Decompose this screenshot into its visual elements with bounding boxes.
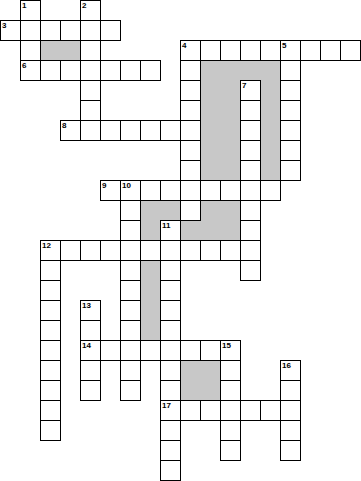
letter-cell[interactable] bbox=[240, 100, 261, 121]
shaded-cell bbox=[180, 220, 201, 241]
letter-cell[interactable] bbox=[200, 340, 221, 361]
letter-cell[interactable] bbox=[40, 60, 61, 81]
clue-number: 15 bbox=[222, 341, 231, 350]
letter-cell[interactable] bbox=[280, 100, 301, 121]
letter-cell[interactable]: 11 bbox=[160, 220, 181, 241]
letter-cell[interactable] bbox=[40, 380, 61, 401]
letter-cell[interactable] bbox=[120, 280, 141, 301]
shaded-cell bbox=[220, 120, 241, 141]
letter-cell[interactable] bbox=[240, 180, 261, 201]
letter-cell[interactable] bbox=[280, 80, 301, 101]
letter-cell[interactable] bbox=[160, 120, 181, 141]
letter-cell[interactable] bbox=[120, 200, 141, 221]
clue-number: 5 bbox=[282, 41, 286, 50]
letter-cell[interactable] bbox=[260, 400, 281, 421]
shaded-cell bbox=[140, 200, 161, 221]
letter-cell[interactable] bbox=[180, 340, 201, 361]
letter-cell[interactable]: 13 bbox=[80, 300, 101, 321]
letter-cell[interactable] bbox=[60, 60, 81, 81]
letter-cell[interactable] bbox=[120, 220, 141, 241]
letter-cell[interactable] bbox=[80, 120, 101, 141]
shaded-cell bbox=[140, 260, 161, 281]
letter-cell[interactable] bbox=[40, 280, 61, 301]
letter-cell[interactable]: 2 bbox=[80, 0, 101, 21]
clue-number: 9 bbox=[102, 181, 106, 190]
clue-number: 16 bbox=[282, 361, 291, 370]
letter-cell[interactable]: 6 bbox=[20, 60, 41, 81]
letter-cell[interactable] bbox=[40, 320, 61, 341]
letter-cell[interactable]: 3 bbox=[0, 20, 21, 41]
letter-cell[interactable] bbox=[100, 240, 121, 261]
letter-cell[interactable]: 16 bbox=[280, 360, 301, 381]
letter-cell[interactable] bbox=[220, 180, 241, 201]
letter-cell[interactable] bbox=[140, 120, 161, 141]
letter-cell[interactable] bbox=[200, 180, 221, 201]
shaded-cell bbox=[220, 100, 241, 121]
letter-cell[interactable]: 1 bbox=[20, 0, 41, 21]
letter-cell[interactable] bbox=[120, 360, 141, 381]
letter-cell[interactable] bbox=[120, 300, 141, 321]
letter-cell[interactable] bbox=[280, 380, 301, 401]
clue-number: 7 bbox=[242, 81, 246, 90]
letter-cell[interactable] bbox=[280, 140, 301, 161]
letter-cell[interactable] bbox=[280, 160, 301, 181]
letter-cell[interactable] bbox=[180, 160, 201, 181]
shaded-cell bbox=[260, 140, 281, 161]
letter-cell[interactable] bbox=[160, 180, 181, 201]
clue-number: 13 bbox=[82, 301, 91, 310]
shaded-cell bbox=[140, 220, 161, 241]
letter-cell[interactable] bbox=[120, 120, 141, 141]
shaded-cell bbox=[200, 160, 221, 181]
letter-cell[interactable] bbox=[180, 60, 201, 81]
letter-cell[interactable] bbox=[280, 400, 301, 421]
clue-number: 14 bbox=[82, 341, 91, 350]
shaded-cell bbox=[220, 140, 241, 161]
shaded-cell bbox=[200, 380, 221, 401]
shaded-cell bbox=[40, 40, 61, 61]
shaded-cell bbox=[200, 120, 221, 141]
letter-cell[interactable] bbox=[280, 440, 301, 461]
letter-cell[interactable] bbox=[80, 20, 101, 41]
shaded-cell bbox=[260, 160, 281, 181]
shaded-cell bbox=[260, 60, 281, 81]
clue-number: 6 bbox=[22, 61, 26, 70]
letter-cell[interactable]: 5 bbox=[280, 40, 301, 61]
letter-cell[interactable] bbox=[160, 420, 181, 441]
letter-cell[interactable] bbox=[180, 120, 201, 141]
letter-cell[interactable] bbox=[80, 360, 101, 381]
letter-cell[interactable] bbox=[120, 240, 141, 261]
shaded-cell bbox=[220, 80, 241, 101]
letter-cell[interactable] bbox=[280, 120, 301, 141]
shaded-cell bbox=[240, 60, 261, 81]
clue-number: 12 bbox=[42, 241, 51, 250]
letter-cell[interactable] bbox=[240, 200, 261, 221]
letter-cell[interactable] bbox=[20, 20, 41, 41]
letter-cell[interactable]: 17 bbox=[160, 400, 181, 421]
letter-cell[interactable] bbox=[160, 440, 181, 461]
letter-cell[interactable]: 8 bbox=[60, 120, 81, 141]
letter-cell[interactable]: 7 bbox=[240, 80, 261, 101]
letter-cell[interactable] bbox=[280, 420, 301, 441]
shaded-cell bbox=[220, 200, 241, 221]
letter-cell[interactable] bbox=[220, 360, 241, 381]
letter-cell[interactable] bbox=[20, 40, 41, 61]
crossword-grid: 1234567891011121314151617 bbox=[0, 0, 361, 481]
shaded-cell bbox=[220, 220, 241, 241]
letter-cell[interactable] bbox=[140, 340, 161, 361]
clue-number: 17 bbox=[162, 401, 171, 410]
shaded-cell bbox=[200, 200, 221, 221]
shaded-cell bbox=[140, 300, 161, 321]
letter-cell[interactable] bbox=[100, 20, 121, 41]
letter-cell[interactable] bbox=[120, 320, 141, 341]
letter-cell[interactable] bbox=[180, 200, 201, 221]
letter-cell[interactable] bbox=[180, 100, 201, 121]
letter-cell[interactable] bbox=[200, 40, 221, 61]
clue-number: 2 bbox=[82, 1, 86, 10]
letter-cell[interactable] bbox=[80, 60, 101, 81]
letter-cell[interactable]: 15 bbox=[220, 340, 241, 361]
letter-cell[interactable] bbox=[80, 240, 101, 261]
letter-cell[interactable] bbox=[60, 240, 81, 261]
letter-cell[interactable] bbox=[100, 120, 121, 141]
shaded-cell bbox=[260, 80, 281, 101]
letter-cell[interactable] bbox=[220, 420, 241, 441]
clue-number: 4 bbox=[182, 41, 186, 50]
letter-cell[interactable] bbox=[220, 240, 241, 261]
letter-cell[interactable] bbox=[140, 240, 161, 261]
letter-cell[interactable] bbox=[180, 400, 201, 421]
letter-cell[interactable] bbox=[40, 20, 61, 41]
shaded-cell bbox=[200, 220, 221, 241]
letter-cell[interactable] bbox=[80, 100, 101, 121]
shaded-cell bbox=[260, 100, 281, 121]
shaded-cell bbox=[260, 120, 281, 141]
letter-cell[interactable] bbox=[160, 320, 181, 341]
shaded-cell bbox=[200, 80, 221, 101]
shaded-cell bbox=[220, 60, 241, 81]
letter-cell[interactable] bbox=[60, 20, 81, 41]
shaded-cell bbox=[200, 140, 221, 161]
letter-cell[interactable]: 10 bbox=[120, 180, 141, 201]
letter-cell[interactable] bbox=[340, 40, 361, 61]
letter-cell[interactable] bbox=[260, 40, 281, 61]
letter-cell[interactable] bbox=[300, 40, 321, 61]
letter-cell[interactable] bbox=[120, 380, 141, 401]
letter-cell[interactable] bbox=[100, 60, 121, 81]
letter-cell[interactable]: 9 bbox=[100, 180, 121, 201]
letter-cell[interactable] bbox=[220, 380, 241, 401]
letter-cell[interactable] bbox=[40, 300, 61, 321]
clue-number: 8 bbox=[62, 121, 66, 130]
clue-number: 11 bbox=[162, 221, 170, 230]
shaded-cell bbox=[200, 360, 221, 381]
shaded-cell bbox=[140, 280, 161, 301]
letter-cell[interactable] bbox=[180, 180, 201, 201]
letter-cell[interactable] bbox=[80, 40, 101, 61]
shaded-cell bbox=[220, 160, 241, 181]
letter-cell[interactable] bbox=[80, 80, 101, 101]
shaded-cell bbox=[160, 200, 181, 221]
clue-number: 1 bbox=[22, 1, 26, 10]
letter-cell[interactable] bbox=[80, 320, 101, 341]
letter-cell[interactable] bbox=[140, 60, 161, 81]
letter-cell[interactable] bbox=[120, 340, 141, 361]
letter-cell[interactable] bbox=[160, 380, 181, 401]
letter-cell[interactable] bbox=[220, 40, 241, 61]
letter-cell[interactable] bbox=[160, 360, 181, 381]
letter-cell[interactable] bbox=[100, 340, 121, 361]
letter-cell[interactable] bbox=[240, 260, 261, 281]
shaded-cell bbox=[140, 320, 161, 341]
shaded-cell bbox=[200, 100, 221, 121]
letter-cell[interactable] bbox=[120, 60, 141, 81]
letter-cell[interactable] bbox=[260, 180, 281, 201]
shaded-cell bbox=[180, 380, 201, 401]
letter-cell[interactable] bbox=[40, 420, 61, 441]
letter-cell[interactable] bbox=[280, 60, 301, 81]
letter-cell[interactable] bbox=[240, 160, 261, 181]
letter-cell[interactable] bbox=[40, 360, 61, 381]
clue-number: 10 bbox=[122, 181, 131, 190]
letter-cell[interactable] bbox=[160, 260, 181, 281]
letter-cell[interactable] bbox=[80, 380, 101, 401]
letter-cell[interactable]: 14 bbox=[80, 340, 101, 361]
letter-cell[interactable] bbox=[220, 440, 241, 461]
letter-cell[interactable] bbox=[200, 400, 221, 421]
letter-cell[interactable] bbox=[240, 120, 261, 141]
letter-cell[interactable] bbox=[200, 240, 221, 261]
letter-cell[interactable] bbox=[180, 80, 201, 101]
letter-cell[interactable] bbox=[240, 240, 261, 261]
letter-cell[interactable] bbox=[160, 240, 181, 261]
letter-cell[interactable] bbox=[320, 40, 341, 61]
letter-cell[interactable] bbox=[160, 340, 181, 361]
letter-cell[interactable] bbox=[240, 220, 261, 241]
clue-number: 3 bbox=[2, 21, 6, 30]
shaded-cell bbox=[180, 360, 201, 381]
letter-cell[interactable] bbox=[160, 280, 181, 301]
letter-cell[interactable] bbox=[220, 400, 241, 421]
letter-cell[interactable] bbox=[240, 40, 261, 61]
letter-cell[interactable] bbox=[180, 240, 201, 261]
letter-cell[interactable] bbox=[180, 140, 201, 161]
letter-cell[interactable] bbox=[40, 260, 61, 281]
letter-cell[interactable] bbox=[160, 300, 181, 321]
letter-cell[interactable] bbox=[40, 340, 61, 361]
letter-cell[interactable] bbox=[40, 400, 61, 421]
letter-cell[interactable] bbox=[140, 180, 161, 201]
letter-cell[interactable]: 4 bbox=[180, 40, 201, 61]
letter-cell[interactable] bbox=[120, 260, 141, 281]
shaded-cell bbox=[200, 60, 221, 81]
letter-cell[interactable] bbox=[240, 400, 261, 421]
shaded-cell bbox=[60, 40, 81, 61]
letter-cell[interactable]: 12 bbox=[40, 240, 61, 261]
letter-cell[interactable] bbox=[240, 140, 261, 161]
letter-cell[interactable] bbox=[160, 460, 181, 481]
